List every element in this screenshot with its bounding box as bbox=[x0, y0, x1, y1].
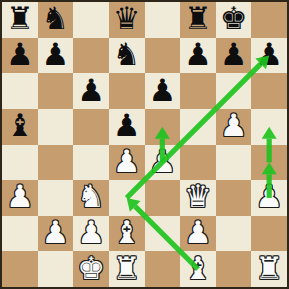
piece-black-pawn[interactable]: ♟ bbox=[184, 39, 212, 70]
square-b2[interactable]: ♟ bbox=[38, 216, 74, 252]
square-g4[interactable] bbox=[216, 145, 252, 181]
square-h4[interactable] bbox=[251, 145, 287, 181]
square-a6[interactable] bbox=[2, 73, 38, 109]
piece-black-pawn[interactable]: ♟ bbox=[255, 39, 283, 70]
piece-black-pawn[interactable]: ♟ bbox=[6, 39, 34, 70]
square-c7[interactable] bbox=[73, 38, 109, 74]
piece-white-pawn[interactable]: ♟ bbox=[6, 181, 34, 212]
board-grid: ♜♞♛♜♚♟♟♞♟♟♟♟♟♝♟♟♟♟♟♞♛♟♟♟♝♟♚♜♝♜ bbox=[2, 2, 287, 287]
square-a2[interactable] bbox=[2, 216, 38, 252]
square-b7[interactable]: ♟ bbox=[38, 38, 74, 74]
square-g7[interactable]: ♟ bbox=[216, 38, 252, 74]
square-d3[interactable] bbox=[109, 180, 145, 216]
square-a4[interactable] bbox=[2, 145, 38, 181]
square-f4[interactable] bbox=[180, 145, 216, 181]
piece-black-rook[interactable]: ♜ bbox=[184, 3, 212, 34]
piece-white-pawn[interactable]: ♟ bbox=[220, 110, 248, 141]
square-c6[interactable]: ♟ bbox=[73, 73, 109, 109]
square-e1[interactable] bbox=[145, 251, 181, 287]
square-h3[interactable]: ♟ bbox=[251, 180, 287, 216]
square-g1[interactable] bbox=[216, 251, 252, 287]
square-a8[interactable]: ♜ bbox=[2, 2, 38, 38]
square-b6[interactable] bbox=[38, 73, 74, 109]
square-e8[interactable] bbox=[145, 2, 181, 38]
square-b5[interactable] bbox=[38, 109, 74, 145]
square-e3[interactable] bbox=[145, 180, 181, 216]
piece-white-rook[interactable]: ♜ bbox=[255, 253, 283, 284]
square-c8[interactable] bbox=[73, 2, 109, 38]
square-f3[interactable]: ♛ bbox=[180, 180, 216, 216]
square-e5[interactable] bbox=[145, 109, 181, 145]
square-g8[interactable]: ♚ bbox=[216, 2, 252, 38]
square-c1[interactable]: ♚ bbox=[73, 251, 109, 287]
square-f7[interactable]: ♟ bbox=[180, 38, 216, 74]
square-f2[interactable]: ♟ bbox=[180, 216, 216, 252]
square-b4[interactable] bbox=[38, 145, 74, 181]
square-h8[interactable] bbox=[251, 2, 287, 38]
square-e6[interactable]: ♟ bbox=[145, 73, 181, 109]
square-d2[interactable]: ♝ bbox=[109, 216, 145, 252]
piece-black-knight[interactable]: ♞ bbox=[42, 3, 70, 34]
square-c4[interactable] bbox=[73, 145, 109, 181]
square-d1[interactable]: ♜ bbox=[109, 251, 145, 287]
square-a3[interactable]: ♟ bbox=[2, 180, 38, 216]
piece-black-pawn[interactable]: ♟ bbox=[77, 75, 105, 106]
piece-white-pawn[interactable]: ♟ bbox=[42, 217, 70, 248]
square-d8[interactable]: ♛ bbox=[109, 2, 145, 38]
piece-black-bishop[interactable]: ♝ bbox=[6, 110, 34, 141]
square-f8[interactable]: ♜ bbox=[180, 2, 216, 38]
square-b3[interactable] bbox=[38, 180, 74, 216]
square-a1[interactable] bbox=[2, 251, 38, 287]
square-e4[interactable]: ♟ bbox=[145, 145, 181, 181]
piece-black-queen[interactable]: ♛ bbox=[113, 3, 141, 34]
piece-black-pawn[interactable]: ♟ bbox=[148, 75, 176, 106]
piece-black-rook[interactable]: ♜ bbox=[6, 3, 34, 34]
square-d5[interactable]: ♟ bbox=[109, 109, 145, 145]
square-d6[interactable] bbox=[109, 73, 145, 109]
piece-white-rook[interactable]: ♜ bbox=[113, 253, 141, 284]
square-e2[interactable] bbox=[145, 216, 181, 252]
square-b1[interactable] bbox=[38, 251, 74, 287]
piece-white-pawn[interactable]: ♟ bbox=[113, 146, 141, 177]
piece-white-queen[interactable]: ♛ bbox=[184, 181, 212, 212]
square-h5[interactable] bbox=[251, 109, 287, 145]
square-e7[interactable] bbox=[145, 38, 181, 74]
square-b8[interactable]: ♞ bbox=[38, 2, 74, 38]
piece-white-knight[interactable]: ♞ bbox=[77, 181, 105, 212]
chess-board: ♜♞♛♜♚♟♟♞♟♟♟♟♟♝♟♟♟♟♟♞♛♟♟♟♝♟♚♜♝♜ bbox=[0, 0, 289, 289]
piece-white-bishop[interactable]: ♝ bbox=[184, 253, 212, 284]
square-g6[interactable] bbox=[216, 73, 252, 109]
square-c3[interactable]: ♞ bbox=[73, 180, 109, 216]
square-d7[interactable]: ♞ bbox=[109, 38, 145, 74]
piece-black-knight[interactable]: ♞ bbox=[113, 39, 141, 70]
piece-black-king[interactable]: ♚ bbox=[220, 3, 248, 34]
square-f1[interactable]: ♝ bbox=[180, 251, 216, 287]
square-f6[interactable] bbox=[180, 73, 216, 109]
piece-white-bishop[interactable]: ♝ bbox=[113, 217, 141, 248]
square-h1[interactable]: ♜ bbox=[251, 251, 287, 287]
square-h2[interactable] bbox=[251, 216, 287, 252]
square-g3[interactable] bbox=[216, 180, 252, 216]
piece-white-pawn[interactable]: ♟ bbox=[77, 217, 105, 248]
square-h6[interactable] bbox=[251, 73, 287, 109]
piece-white-pawn[interactable]: ♟ bbox=[255, 181, 283, 212]
piece-black-pawn[interactable]: ♟ bbox=[113, 110, 141, 141]
piece-black-pawn[interactable]: ♟ bbox=[42, 39, 70, 70]
square-h7[interactable]: ♟ bbox=[251, 38, 287, 74]
square-g2[interactable] bbox=[216, 216, 252, 252]
square-f5[interactable] bbox=[180, 109, 216, 145]
square-d4[interactable]: ♟ bbox=[109, 145, 145, 181]
piece-white-pawn[interactable]: ♟ bbox=[184, 217, 212, 248]
square-a7[interactable]: ♟ bbox=[2, 38, 38, 74]
square-c5[interactable] bbox=[73, 109, 109, 145]
square-g5[interactable]: ♟ bbox=[216, 109, 252, 145]
square-a5[interactable]: ♝ bbox=[2, 109, 38, 145]
piece-white-pawn[interactable]: ♟ bbox=[148, 146, 176, 177]
piece-white-king[interactable]: ♚ bbox=[77, 253, 105, 284]
square-c2[interactable]: ♟ bbox=[73, 216, 109, 252]
piece-black-pawn[interactable]: ♟ bbox=[220, 39, 248, 70]
